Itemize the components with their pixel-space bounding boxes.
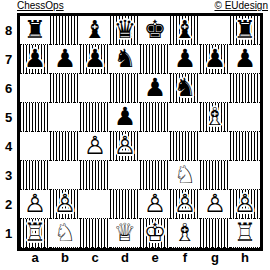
piece-black-queen-d8: ♛ [110, 16, 140, 43]
piece-black-pawn-f7: ♟ [170, 45, 200, 72]
header-bar: ChessOps © EUdesign [17, 0, 268, 13]
square-a1: ♖ [20, 219, 50, 248]
square-h4 [230, 132, 260, 161]
piece-white-knight-b1: ♘ [50, 219, 80, 246]
square-f2: ♙ [170, 190, 200, 219]
square-d8: ♛ [110, 16, 140, 45]
square-b5 [50, 103, 80, 132]
piece-white-pawn-g2: ♙ [200, 190, 230, 217]
square-e5 [140, 103, 170, 132]
square-b1: ♘ [50, 219, 80, 248]
square-f6: ♞ [170, 74, 200, 103]
square-b4 [50, 132, 80, 161]
square-a5 [20, 103, 50, 132]
piece-black-pawn-b7: ♟ [50, 45, 80, 72]
square-h7: ♟ [230, 45, 260, 74]
piece-black-pawn-c7: ♟ [80, 45, 110, 72]
piece-black-pawn-g7: ♟ [200, 45, 230, 72]
piece-white-knight-f3: ♘ [170, 161, 200, 188]
square-a6 [20, 74, 50, 103]
square-g4 [200, 132, 230, 161]
square-e4 [140, 132, 170, 161]
piece-white-rook-h1: ♖ [230, 219, 260, 246]
square-g3 [200, 161, 230, 190]
file-label-c: c [80, 250, 110, 265]
square-g5: ♗ [200, 103, 230, 132]
square-b7: ♟ [50, 45, 80, 74]
square-f7: ♟ [170, 45, 200, 74]
square-f5 [170, 103, 200, 132]
rank-label-6: 6 [0, 74, 17, 103]
square-e3 [140, 161, 170, 190]
file-label-h: h [230, 250, 260, 265]
square-a3 [20, 161, 50, 190]
piece-black-pawn-e6: ♟ [140, 74, 170, 101]
square-c7: ♟ [80, 45, 110, 74]
square-a7: ♟ [20, 45, 50, 74]
square-g2: ♙ [200, 190, 230, 219]
piece-white-queen-d1: ♕ [110, 219, 140, 246]
file-labels: abcdefgh [20, 250, 260, 265]
square-a4 [20, 132, 50, 161]
piece-white-bishop-f1: ♗ [170, 219, 200, 246]
square-g6 [200, 74, 230, 103]
square-h3 [230, 161, 260, 190]
square-b8 [50, 16, 80, 45]
piece-black-king-e8: ♚ [140, 16, 170, 43]
piece-white-king-e1: ♔ [140, 219, 170, 246]
piece-white-pawn-h2: ♙ [230, 190, 260, 217]
square-d4: ♙ [110, 132, 140, 161]
piece-black-knight-d7: ♞ [110, 45, 140, 72]
square-g1 [200, 219, 230, 248]
piece-white-bishop-g5: ♗ [200, 103, 230, 130]
piece-white-pawn-d4: ♙ [110, 132, 140, 159]
rank-label-8: 8 [0, 16, 17, 45]
square-b6 [50, 74, 80, 103]
file-label-f: f [170, 250, 200, 265]
square-h6 [230, 74, 260, 103]
square-d1: ♕ [110, 219, 140, 248]
piece-white-pawn-e2: ♙ [140, 190, 170, 217]
square-c3 [80, 161, 110, 190]
square-e7 [140, 45, 170, 74]
file-label-g: g [200, 250, 230, 265]
square-d3 [110, 161, 140, 190]
file-label-a: a [20, 250, 50, 265]
piece-white-pawn-b2: ♙ [50, 190, 80, 217]
file-label-d: d [110, 250, 140, 265]
piece-black-bishop-f8: ♝ [170, 16, 200, 43]
square-e6: ♟ [140, 74, 170, 103]
square-h1: ♖ [230, 219, 260, 248]
square-c2 [80, 190, 110, 219]
square-a2: ♙ [20, 190, 50, 219]
square-c8: ♝ [80, 16, 110, 45]
piece-black-bishop-c8: ♝ [80, 16, 110, 43]
square-d5: ♟ [110, 103, 140, 132]
square-h2: ♙ [230, 190, 260, 219]
credit-link[interactable]: © EUdesign [214, 0, 268, 11]
piece-black-rook-h8: ♜ [230, 16, 260, 43]
square-e2: ♙ [140, 190, 170, 219]
square-d2 [110, 190, 140, 219]
square-e1: ♔ [140, 219, 170, 248]
square-f8: ♝ [170, 16, 200, 45]
square-f1: ♗ [170, 219, 200, 248]
piece-white-rook-a1: ♖ [20, 219, 50, 246]
chess-board: ♜♝♛♚♝♜♟♟♟♞♟♟♟♟♞♟♗♙♙♘♙♙♙♙♙♙♖♘♕♔♗♖ [17, 13, 263, 251]
piece-white-pawn-f2: ♙ [170, 190, 200, 217]
square-f4 [170, 132, 200, 161]
piece-black-pawn-d5: ♟ [110, 103, 140, 130]
file-label-e: e [140, 250, 170, 265]
square-g7: ♟ [200, 45, 230, 74]
rank-labels: 87654321 [0, 16, 17, 248]
rank-label-5: 5 [0, 103, 17, 132]
square-h8: ♜ [230, 16, 260, 45]
piece-black-rook-a8: ♜ [20, 16, 50, 43]
square-f3: ♘ [170, 161, 200, 190]
square-b2: ♙ [50, 190, 80, 219]
square-g8 [200, 16, 230, 45]
rank-label-2: 2 [0, 190, 17, 219]
square-d7: ♞ [110, 45, 140, 74]
rank-label-4: 4 [0, 132, 17, 161]
square-c5 [80, 103, 110, 132]
square-a8: ♜ [20, 16, 50, 45]
rank-label-1: 1 [0, 219, 17, 248]
file-label-b: b [50, 250, 80, 265]
rank-label-7: 7 [0, 45, 17, 74]
piece-black-knight-f6: ♞ [170, 74, 200, 101]
app-title-link[interactable]: ChessOps [17, 0, 64, 11]
piece-white-pawn-a2: ♙ [20, 190, 50, 217]
piece-black-pawn-a7: ♟ [20, 45, 50, 72]
square-c4: ♙ [80, 132, 110, 161]
square-c6 [80, 74, 110, 103]
square-c1 [80, 219, 110, 248]
square-h5 [230, 103, 260, 132]
piece-black-pawn-h7: ♟ [230, 45, 260, 72]
rank-label-3: 3 [0, 161, 17, 190]
square-d6 [110, 74, 140, 103]
square-b3 [50, 161, 80, 190]
square-e8: ♚ [140, 16, 170, 45]
piece-white-pawn-c4: ♙ [80, 132, 110, 159]
